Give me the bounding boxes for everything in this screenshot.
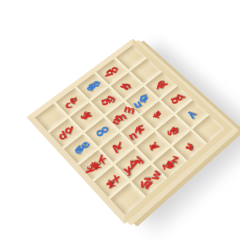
letter-tile[interactable]: u: [137, 93, 150, 102]
letter-tile[interactable]: h: [121, 80, 133, 91]
compartment-grid: cccaaabbddfffgghheeeoommmuuuppkkkklllnnn…: [35, 45, 224, 215]
letter-tile[interactable]: d: [63, 124, 74, 136]
letter-tile[interactable]: v: [184, 140, 196, 152]
letter-tile[interactable]: x: [111, 171, 122, 184]
alphabet-box-tray: cccaaabbddfffgghheeeoommmuuuppkkkklllnnn…: [26, 39, 232, 225]
letter-tile[interactable]: z: [170, 153, 179, 165]
product-photo: cccaaabbddfffgghheeeoommmuuuppkkkklllnnn…: [0, 0, 240, 240]
letter-tile[interactable]: n: [133, 124, 146, 134]
letter-tile[interactable]: p: [155, 80, 168, 89]
letter-tile[interactable]: t: [151, 111, 163, 118]
letter-tile[interactable]: k: [97, 153, 108, 165]
